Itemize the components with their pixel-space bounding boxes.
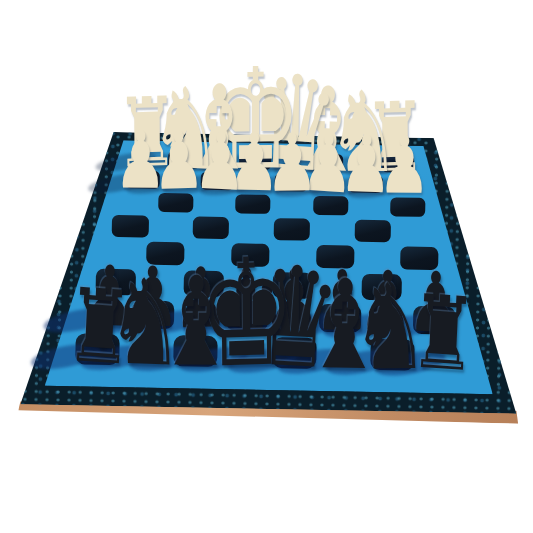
piece-black-rook-h8: ♜	[60, 275, 139, 381]
chess-photo: ♜♞♝♛♚♝♞♜♟♟♟♟♟♟♟♟♟♟♟♟♟♟♟♟♜♞♝♛♚♝♞♜	[0, 0, 533, 533]
chess-board: ♜♞♝♛♚♝♞♜♟♟♟♟♟♟♟♟♟♟♟♟♟♟♟♟♜♞♝♛♚♝♞♜	[0, 0, 533, 533]
board-pieces: ♜♞♝♛♚♝♞♜♟♟♟♟♟♟♟♟♟♟♟♟♟♟♟♟♜♞♝♛♚♝♞♜	[0, 0, 533, 533]
piece-white-pawn-h2: ♟	[111, 120, 171, 200]
